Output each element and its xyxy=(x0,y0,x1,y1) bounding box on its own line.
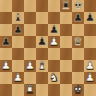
square-f5[interactable] xyxy=(60,36,72,48)
square-h6[interactable] xyxy=(84,24,96,36)
square-b5[interactable] xyxy=(12,36,24,48)
square-d1[interactable] xyxy=(36,84,48,96)
square-a5[interactable]: ♟ xyxy=(0,36,12,48)
square-e1[interactable] xyxy=(48,84,60,96)
piece-white-pawn-b2[interactable]: ♟ xyxy=(13,72,23,84)
piece-black-king-g8[interactable]: ♚ xyxy=(73,0,83,12)
square-e8[interactable] xyxy=(48,0,60,12)
piece-white-pawn-a3[interactable]: ♟ xyxy=(1,60,11,72)
square-a8[interactable] xyxy=(0,0,12,12)
square-h5[interactable] xyxy=(84,36,96,48)
square-b6[interactable]: ♟ xyxy=(12,24,24,36)
square-a7[interactable] xyxy=(0,12,12,24)
piece-white-pawn-h2[interactable]: ♟ xyxy=(85,72,95,84)
square-c1[interactable]: ♜ xyxy=(24,84,36,96)
piece-black-pawn-e6[interactable]: ♟ xyxy=(49,24,59,36)
piece-black-pawn-d5[interactable]: ♟ xyxy=(37,36,47,48)
square-g3[interactable] xyxy=(72,60,84,72)
square-b4[interactable] xyxy=(12,48,24,60)
square-c6[interactable] xyxy=(24,24,36,36)
square-g1[interactable]: ♚ xyxy=(72,84,84,96)
piece-black-pawn-h7[interactable]: ♟ xyxy=(85,12,95,24)
square-c5[interactable] xyxy=(24,36,36,48)
square-d7[interactable] xyxy=(36,12,48,24)
square-d5[interactable]: ♟ xyxy=(36,36,48,48)
square-d8[interactable] xyxy=(36,0,48,12)
chess-board: ♜♚♝♟♟♟♟♟♟♟♛♟♟♝♟♟♞♟♜♚ xyxy=(0,0,96,96)
square-a1[interactable] xyxy=(0,84,12,96)
square-f7[interactable] xyxy=(60,12,72,24)
piece-black-bishop-b7[interactable]: ♝ xyxy=(13,12,23,24)
square-e4[interactable] xyxy=(48,48,60,60)
square-f6[interactable] xyxy=(60,24,72,36)
piece-white-pawn-e5[interactable]: ♟ xyxy=(49,36,59,48)
square-f8[interactable]: ♜ xyxy=(60,0,72,12)
square-h1[interactable] xyxy=(84,84,96,96)
square-c8[interactable] xyxy=(24,0,36,12)
piece-white-pawn-c3[interactable]: ♟ xyxy=(25,60,35,72)
square-c3[interactable]: ♟ xyxy=(24,60,36,72)
square-f2[interactable] xyxy=(60,72,72,84)
piece-white-king-g1[interactable]: ♚ xyxy=(73,84,83,96)
square-f3[interactable] xyxy=(60,60,72,72)
piece-white-rook-c1[interactable]: ♜ xyxy=(25,84,35,96)
square-a2[interactable] xyxy=(0,72,12,84)
piece-black-queen-g5[interactable]: ♛ xyxy=(73,36,83,48)
piece-white-knight-e2[interactable]: ♞ xyxy=(49,72,59,84)
piece-black-pawn-g7[interactable]: ♟ xyxy=(73,12,83,24)
square-f1[interactable] xyxy=(60,84,72,96)
square-c7[interactable] xyxy=(24,12,36,24)
square-d3[interactable]: ♝ xyxy=(36,60,48,72)
square-g5[interactable]: ♛ xyxy=(72,36,84,48)
square-g7[interactable]: ♟ xyxy=(72,12,84,24)
square-d2[interactable] xyxy=(36,72,48,84)
square-a3[interactable]: ♟ xyxy=(0,60,12,72)
piece-black-rook-f8[interactable]: ♜ xyxy=(61,0,71,12)
square-b1[interactable] xyxy=(12,84,24,96)
square-h7[interactable]: ♟ xyxy=(84,12,96,24)
piece-black-pawn-a5[interactable]: ♟ xyxy=(1,36,11,48)
square-f4[interactable] xyxy=(60,48,72,60)
piece-white-bishop-d3[interactable]: ♝ xyxy=(37,60,47,72)
piece-black-pawn-b6[interactable]: ♟ xyxy=(13,24,23,36)
square-h2[interactable]: ♟ xyxy=(84,72,96,84)
piece-white-pawn-h3[interactable]: ♟ xyxy=(85,60,95,72)
square-e5[interactable]: ♟ xyxy=(48,36,60,48)
square-b2[interactable]: ♟ xyxy=(12,72,24,84)
square-g4[interactable] xyxy=(72,48,84,60)
square-e2[interactable]: ♞ xyxy=(48,72,60,84)
